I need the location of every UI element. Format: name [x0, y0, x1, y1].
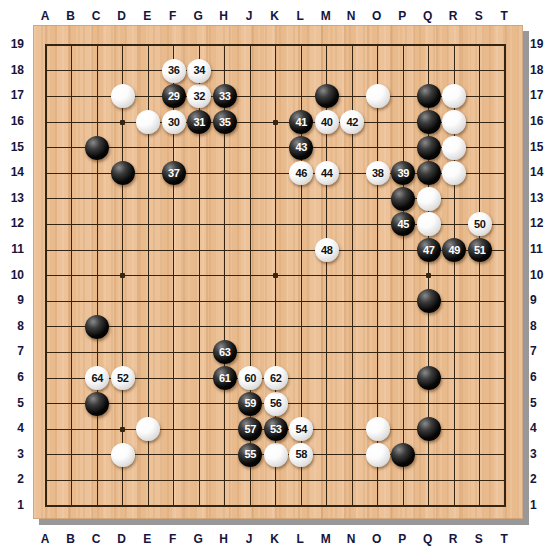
grid-line-vertical	[479, 44, 480, 507]
coordinate-label-right: 2	[530, 472, 550, 486]
stone-white-move-58[interactable]: 58	[289, 443, 313, 467]
coordinate-label-bottom: S	[467, 532, 491, 546]
stone-black[interactable]	[417, 417, 441, 441]
coordinate-label-right: 3	[530, 447, 550, 461]
coordinate-label-bottom: L	[288, 532, 312, 546]
stone-move-number: 31	[194, 117, 205, 128]
coordinate-label-left: 1	[0, 498, 24, 512]
coordinate-label-right: 18	[530, 63, 550, 77]
coordinate-label-bottom: N	[339, 532, 363, 546]
coordinate-label-bottom: G	[186, 532, 210, 546]
coordinate-label-left: 12	[0, 216, 24, 230]
stone-white-move-44[interactable]: 44	[315, 161, 339, 185]
coordinate-label-top: N	[339, 9, 363, 23]
coordinate-label-top: S	[467, 9, 491, 23]
coordinate-label-top: A	[33, 9, 57, 23]
stone-move-number: 39	[398, 168, 409, 179]
coordinate-label-bottom: A	[33, 532, 57, 546]
stone-move-number: 45	[398, 219, 409, 230]
coordinate-label-left: 14	[0, 165, 24, 179]
coordinate-label-right: 13	[530, 191, 550, 205]
coordinate-label-top: K	[263, 9, 287, 23]
stone-black-move-29[interactable]: 29	[162, 84, 186, 108]
stone-move-number: 42	[347, 117, 358, 128]
stone-move-number: 52	[117, 373, 128, 384]
stone-move-number: 56	[270, 398, 281, 409]
stone-white-move-30[interactable]: 30	[162, 110, 186, 134]
stone-black-move-55[interactable]: 55	[238, 443, 262, 467]
coordinate-label-bottom: R	[441, 532, 465, 546]
go-diagram: 2930313233343536373839404142434445464748…	[0, 0, 550, 550]
stone-white[interactable]	[442, 161, 466, 185]
stone-white-move-40[interactable]: 40	[315, 110, 339, 134]
coordinate-label-top: R	[441, 9, 465, 23]
stone-white-move-48[interactable]: 48	[315, 238, 339, 262]
stone-black[interactable]	[417, 136, 441, 160]
coordinate-label-bottom: J	[237, 532, 261, 546]
stone-black-move-51[interactable]: 51	[468, 238, 492, 262]
coordinate-label-right: 4	[530, 421, 550, 435]
coordinate-label-left: 15	[0, 140, 24, 154]
stone-black-move-47[interactable]: 47	[417, 238, 441, 262]
coordinate-label-right: 15	[530, 140, 550, 154]
stone-black-move-63[interactable]: 63	[213, 340, 237, 364]
stone-black-move-35[interactable]: 35	[213, 110, 237, 134]
coordinate-label-top: J	[237, 9, 261, 23]
coordinate-label-right: 19	[530, 37, 550, 51]
stone-move-number: 37	[168, 168, 179, 179]
coordinate-label-bottom: M	[314, 532, 338, 546]
coordinate-label-top: M	[314, 9, 338, 23]
stone-black[interactable]	[417, 366, 441, 390]
coordinate-label-top: G	[186, 9, 210, 23]
stone-black-move-45[interactable]: 45	[391, 212, 415, 236]
stone-move-number: 29	[168, 91, 179, 102]
stone-white[interactable]	[366, 84, 390, 108]
stone-black[interactable]	[391, 187, 415, 211]
stone-white-move-60[interactable]: 60	[238, 366, 262, 390]
coordinate-label-left: 4	[0, 421, 24, 435]
star-point	[120, 427, 125, 432]
coordinate-label-bottom: H	[212, 532, 236, 546]
coordinate-label-bottom: K	[263, 532, 287, 546]
stone-move-number: 57	[245, 424, 256, 435]
coordinate-label-left: 18	[0, 63, 24, 77]
stone-white[interactable]	[442, 84, 466, 108]
coordinate-label-right: 17	[530, 88, 550, 102]
coordinate-label-left: 2	[0, 472, 24, 486]
stone-move-number: 34	[194, 65, 205, 76]
coordinate-label-right: 14	[530, 165, 550, 179]
stone-move-number: 40	[321, 117, 332, 128]
coordinate-label-right: 5	[530, 396, 550, 410]
stone-move-number: 33	[219, 91, 230, 102]
coordinate-label-right: 11	[530, 242, 550, 256]
stone-move-number: 64	[92, 373, 103, 384]
stone-white-move-54[interactable]: 54	[289, 417, 313, 441]
stone-black[interactable]	[85, 392, 109, 416]
stone-move-number: 30	[168, 117, 179, 128]
stone-move-number: 38	[372, 168, 383, 179]
coordinate-label-left: 10	[0, 268, 24, 282]
stone-move-number: 53	[270, 424, 281, 435]
stone-white[interactable]	[417, 187, 441, 211]
stone-white[interactable]	[366, 417, 390, 441]
stone-move-number: 41	[296, 117, 307, 128]
stone-white-move-42[interactable]: 42	[340, 110, 364, 134]
stone-white[interactable]	[366, 443, 390, 467]
stone-black[interactable]	[111, 161, 135, 185]
grid-line-horizontal	[45, 505, 506, 507]
stone-black-move-37[interactable]: 37	[162, 161, 186, 185]
stone-black-move-33[interactable]: 33	[213, 84, 237, 108]
coordinate-label-right: 16	[530, 114, 550, 128]
stone-move-number: 55	[245, 449, 256, 460]
stone-white[interactable]	[442, 136, 466, 160]
coordinate-label-bottom: P	[390, 532, 414, 546]
stone-white[interactable]	[136, 110, 160, 134]
star-point	[273, 273, 278, 278]
coordinate-label-right: 8	[530, 319, 550, 333]
stone-black[interactable]	[85, 315, 109, 339]
stone-white[interactable]	[417, 212, 441, 236]
stone-white-move-56[interactable]: 56	[264, 392, 288, 416]
coordinate-label-left: 8	[0, 319, 24, 333]
stone-white[interactable]	[442, 110, 466, 134]
coordinate-label-bottom: D	[110, 532, 134, 546]
go-board[interactable]: 2930313233343536373839404142434445464748…	[33, 25, 523, 519]
stone-move-number: 46	[296, 168, 307, 179]
star-point	[426, 273, 431, 278]
stone-white-move-62[interactable]: 62	[264, 366, 288, 390]
coordinate-label-left: 17	[0, 88, 24, 102]
stone-black[interactable]	[315, 84, 339, 108]
coordinate-label-left: 3	[0, 447, 24, 461]
stone-move-number: 49	[449, 245, 460, 256]
stone-white-move-50[interactable]: 50	[468, 212, 492, 236]
star-point	[120, 120, 125, 125]
stone-black[interactable]	[85, 136, 109, 160]
stone-move-number: 60	[245, 373, 256, 384]
stone-black-move-57[interactable]: 57	[238, 417, 262, 441]
coordinate-label-top: E	[135, 9, 159, 23]
stone-black-move-31[interactable]: 31	[187, 110, 211, 134]
stone-black-move-61[interactable]: 61	[213, 366, 237, 390]
coordinate-label-left: 6	[0, 370, 24, 384]
stone-move-number: 35	[219, 117, 230, 128]
coordinate-label-bottom: Q	[416, 532, 440, 546]
stone-black-move-39[interactable]: 39	[391, 161, 415, 185]
stone-move-number: 63	[219, 347, 230, 358]
coordinate-label-left: 13	[0, 191, 24, 205]
stone-black-move-53[interactable]: 53	[264, 417, 288, 441]
coordinate-label-right: 9	[530, 293, 550, 307]
stone-black[interactable]	[417, 289, 441, 313]
coordinate-label-top: L	[288, 9, 312, 23]
star-point	[273, 120, 278, 125]
stone-black[interactable]	[417, 84, 441, 108]
stone-move-number: 44	[321, 168, 332, 179]
stone-move-number: 59	[245, 398, 256, 409]
stone-white-move-36[interactable]: 36	[162, 59, 186, 83]
stone-move-number: 58	[296, 449, 307, 460]
grid-line-vertical	[403, 44, 404, 507]
stone-white-move-34[interactable]: 34	[187, 59, 211, 83]
stone-black[interactable]	[417, 161, 441, 185]
stone-move-number: 47	[423, 245, 434, 256]
stone-black[interactable]	[391, 443, 415, 467]
coordinate-label-top: B	[59, 9, 83, 23]
coordinate-label-right: 7	[530, 344, 550, 358]
stone-white[interactable]	[264, 443, 288, 467]
stone-move-number: 43	[296, 142, 307, 153]
stone-white-move-38[interactable]: 38	[366, 161, 390, 185]
coordinate-label-top: D	[110, 9, 134, 23]
stone-white-move-46[interactable]: 46	[289, 161, 313, 185]
coordinate-label-top: T	[492, 9, 516, 23]
stone-white[interactable]	[111, 443, 135, 467]
stone-move-number: 48	[321, 245, 332, 256]
coordinate-label-top: C	[84, 9, 108, 23]
coordinate-label-bottom: C	[84, 532, 108, 546]
coordinate-label-right: 1	[530, 498, 550, 512]
coordinate-label-top: F	[161, 9, 185, 23]
grid-line-vertical	[504, 44, 506, 507]
star-point	[120, 273, 125, 278]
coordinate-label-left: 16	[0, 114, 24, 128]
stone-white-move-64[interactable]: 64	[85, 366, 109, 390]
stone-white-move-32[interactable]: 32	[187, 84, 211, 108]
coordinate-label-top: P	[390, 9, 414, 23]
stone-move-number: 61	[219, 373, 230, 384]
coordinate-label-top: H	[212, 9, 236, 23]
coordinate-label-right: 12	[530, 216, 550, 230]
coordinate-label-top: Q	[416, 9, 440, 23]
stone-move-number: 51	[474, 245, 485, 256]
coordinate-label-left: 11	[0, 242, 24, 256]
stone-white-move-52[interactable]: 52	[111, 366, 135, 390]
coordinate-label-left: 5	[0, 396, 24, 410]
stone-black-move-49[interactable]: 49	[442, 238, 466, 262]
coordinate-label-left: 7	[0, 344, 24, 358]
stone-move-number: 32	[194, 91, 205, 102]
stone-black-move-43[interactable]: 43	[289, 136, 313, 160]
grid-line-horizontal	[45, 326, 506, 327]
stone-move-number: 54	[296, 424, 307, 435]
coordinate-label-bottom: T	[492, 532, 516, 546]
stone-white[interactable]	[136, 417, 160, 441]
stone-black[interactable]	[417, 110, 441, 134]
stone-move-number: 36	[168, 65, 179, 76]
grid-line-horizontal	[45, 480, 506, 481]
coordinate-label-bottom: B	[59, 532, 83, 546]
coordinate-label-top: O	[365, 9, 389, 23]
stone-move-number: 50	[474, 219, 485, 230]
stone-move-number: 62	[270, 373, 281, 384]
coordinate-label-left: 19	[0, 37, 24, 51]
coordinate-label-right: 6	[530, 370, 550, 384]
grid-line-horizontal	[45, 352, 506, 353]
stone-black-move-59[interactable]: 59	[238, 392, 262, 416]
coordinate-label-left: 9	[0, 293, 24, 307]
stone-white[interactable]	[111, 84, 135, 108]
coordinate-label-bottom: F	[161, 532, 185, 546]
coordinate-label-bottom: E	[135, 532, 159, 546]
coordinate-label-bottom: O	[365, 532, 389, 546]
stone-black-move-41[interactable]: 41	[289, 110, 313, 134]
coordinate-label-right: 10	[530, 268, 550, 282]
